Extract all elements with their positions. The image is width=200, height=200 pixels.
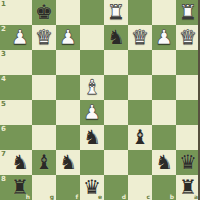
rank-label: 5 [1,100,6,108]
file-label: g [50,193,54,200]
file-label: c [146,193,150,200]
square-b7[interactable]: ♞ [152,150,176,175]
square-h6[interactable] [8,125,32,150]
piece-black-knight[interactable]: ♞ [80,125,104,150]
square-a7[interactable]: ♛ [176,150,200,175]
square-a8[interactable]: ♜a [176,175,200,200]
piece-black-knight[interactable]: ♞ [152,150,176,175]
piece-white-pawn[interactable]: ♟ [8,25,32,50]
square-a2[interactable]: ♛ [176,25,200,50]
square-d8[interactable]: d [104,175,128,200]
square-g4[interactable] [32,75,56,100]
piece-black-bishop[interactable]: ♝ [32,150,56,175]
square-c5[interactable] [128,100,152,125]
square-c6[interactable]: ♝ [128,125,152,150]
square-c3[interactable] [128,50,152,75]
rank-gutter-cell: 7 [0,150,8,175]
rank-label: 7 [1,150,6,158]
piece-white-queen[interactable]: ♛ [176,25,200,50]
square-e5[interactable]: ♟ [80,100,104,125]
piece-white-pawn[interactable]: ♟ [56,25,80,50]
piece-white-queen[interactable]: ♛ [128,25,152,50]
square-h4[interactable] [8,75,32,100]
square-e2[interactable] [80,25,104,50]
square-b3[interactable] [152,50,176,75]
square-b1[interactable] [152,0,176,25]
square-b2[interactable]: ♟ [152,25,176,50]
square-c4[interactable] [128,75,152,100]
square-b5[interactable] [152,100,176,125]
square-d4[interactable] [104,75,128,100]
square-g6[interactable] [32,125,56,150]
square-e7[interactable] [80,150,104,175]
piece-black-king[interactable]: ♚ [32,0,56,25]
rank-gutter-cell: 2 [0,25,8,50]
rank-label: 8 [1,175,6,183]
piece-black-knight[interactable]: ♞ [56,150,80,175]
file-label: e [98,193,102,200]
square-b4[interactable] [152,75,176,100]
rank-gutter-cell: 8 [0,175,8,200]
square-h2[interactable]: ♟ [8,25,32,50]
square-h1[interactable] [8,0,32,25]
rank-label: 3 [1,50,6,58]
square-d5[interactable] [104,100,128,125]
piece-white-rook[interactable]: ♜ [176,0,200,25]
square-c8[interactable]: c [128,175,152,200]
square-f8[interactable]: f [56,175,80,200]
square-a1[interactable]: ♜ [176,0,200,25]
piece-white-bishop[interactable]: ♝ [80,75,104,100]
square-h8[interactable]: ♜h [8,175,32,200]
square-a5[interactable] [176,100,200,125]
square-d3[interactable] [104,50,128,75]
square-c2[interactable]: ♛ [128,25,152,50]
square-e4[interactable]: ♝ [80,75,104,100]
piece-white-pawn[interactable]: ♟ [152,25,176,50]
piece-black-bishop[interactable]: ♝ [128,125,152,150]
square-e3[interactable] [80,50,104,75]
rank-label: 6 [1,125,6,133]
rank-gutter-cell: 5 [0,100,8,125]
square-e8[interactable]: ♛e [80,175,104,200]
square-f4[interactable] [56,75,80,100]
file-label: b [170,193,174,200]
square-g3[interactable] [32,50,56,75]
square-g7[interactable]: ♝ [32,150,56,175]
rank-gutter-cell: 3 [0,50,8,75]
rank-gutter-cell: 4 [0,75,8,100]
square-h5[interactable] [8,100,32,125]
square-c1[interactable] [128,0,152,25]
file-label: f [75,193,78,200]
square-a4[interactable] [176,75,200,100]
square-e6[interactable]: ♞ [80,125,104,150]
rank-label: 4 [1,75,6,83]
square-a6[interactable] [176,125,200,150]
square-f2[interactable]: ♟ [56,25,80,50]
piece-white-rook[interactable]: ♜ [104,0,128,25]
rank-label: 2 [1,25,6,33]
file-label: a [194,193,198,200]
piece-white-queen[interactable]: ♛ [32,25,56,50]
square-b6[interactable] [152,125,176,150]
square-h3[interactable] [8,50,32,75]
square-e1[interactable] [80,0,104,25]
square-f6[interactable] [56,125,80,150]
chess-board: 1♚♜♜2♟♛♟♞♛♟♛34♝5♟6♞♝7♞♝♞♞♛8♜hgf♛edcb♜a [0,0,200,200]
square-c7[interactable] [128,150,152,175]
square-d1[interactable]: ♜ [104,0,128,25]
square-f7[interactable]: ♞ [56,150,80,175]
square-f1[interactable] [56,0,80,25]
square-d2[interactable]: ♞ [104,25,128,50]
square-f5[interactable] [56,100,80,125]
piece-black-knight[interactable]: ♞ [8,150,32,175]
piece-black-knight[interactable]: ♞ [104,25,128,50]
square-d7[interactable] [104,150,128,175]
piece-white-pawn[interactable]: ♟ [80,100,104,125]
square-g5[interactable] [32,100,56,125]
file-label: h [26,193,30,200]
square-g8[interactable]: g [32,175,56,200]
rank-gutter-cell: 1 [0,0,8,25]
square-d6[interactable] [104,125,128,150]
file-label: d [122,193,126,200]
square-b8[interactable]: b [152,175,176,200]
piece-black-queen[interactable]: ♛ [176,150,200,175]
square-g2[interactable]: ♛ [32,25,56,50]
square-f3[interactable] [56,50,80,75]
rank-gutter-cell: 6 [0,125,8,150]
square-h7[interactable]: ♞ [8,150,32,175]
square-a3[interactable] [176,50,200,75]
rank-label: 1 [1,0,6,8]
square-g1[interactable]: ♚ [32,0,56,25]
chess-board-screenshot: 1♚♜♜2♟♛♟♞♛♟♛34♝5♟6♞♝7♞♝♞♞♛8♜hgf♛edcb♜a [0,0,200,200]
